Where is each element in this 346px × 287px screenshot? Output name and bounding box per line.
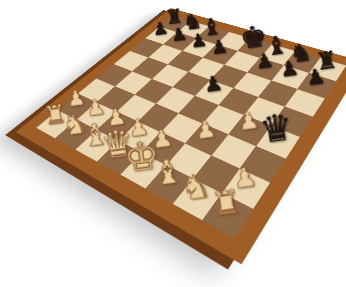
piece-white-rook-h1[interactable]: ♜ <box>209 185 243 222</box>
piece-black-pawn-g7[interactable]: ♟ <box>279 58 300 81</box>
piece-white-pawn-f3[interactable]: ♟ <box>194 118 218 144</box>
chess-photo-scene: ♜♞♝♛♚♝♞♜♟♟♟♟♟♟♟♟♜♞♝♚♝♞♜♛♟♟♟♟♟♟♟♟ <box>0 0 346 287</box>
piece-black-pawn-a7[interactable]: ♟ <box>151 20 169 39</box>
piece-black-pawn-d7[interactable]: ♟ <box>210 37 229 58</box>
piece-black-queen-h4[interactable]: ♛ <box>257 108 295 149</box>
piece-black-pawn-b7[interactable]: ♟ <box>170 25 188 45</box>
piece-layer: ♜♞♝♛♚♝♞♜♟♟♟♟♟♟♟♟♜♞♝♚♝♞♜♛♟♟♟♟♟♟♟♟ <box>36 16 346 239</box>
board-frame: ♜♞♝♛♚♝♞♜♟♟♟♟♟♟♟♟♜♞♝♚♝♞♜♛♟♟♟♟♟♟♟♟ <box>16 8 346 264</box>
piece-black-pawn-e5[interactable]: ♟ <box>203 73 225 96</box>
chess-board: ♜♞♝♛♚♝♞♜♟♟♟♟♟♟♟♟♜♞♝♚♝♞♜♛♟♟♟♟♟♟♟♟ <box>16 8 346 264</box>
piece-black-pawn-c7[interactable]: ♟ <box>189 31 208 51</box>
piece-black-pawn-f7[interactable]: ♟ <box>254 51 275 73</box>
piece-white-knight-g1[interactable]: ♞ <box>179 169 213 206</box>
piece-black-pawn-h7[interactable]: ♟ <box>305 66 327 90</box>
